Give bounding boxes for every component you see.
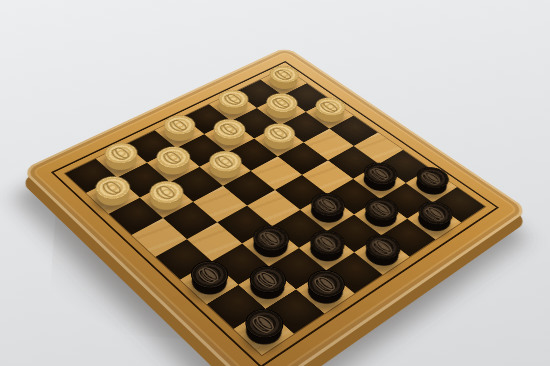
photo-scene: ⛀⛀⛂⛀⛂⛂⛀⛀⛂⛀⛂⛂⛀⛀⛂⛀⛂⛂⛀⛀⛂⛀⛂⛂ (0, 0, 550, 366)
board-frame: ⛀⛀⛂⛀⛂⛂⛀⛀⛂⛀⛂⛂⛀⛀⛂⛀⛂⛂⛀⛀⛂⛀⛂⛂ (21, 47, 529, 366)
checkers-board: ⛀⛀⛂⛀⛂⛂⛀⛀⛂⛀⛂⛂⛀⛀⛂⛀⛂⛂⛀⛀⛂⛀⛂⛂ (21, 47, 529, 366)
checker-light[interactable]: ⛀ (263, 62, 305, 86)
checker-light[interactable]: ⛀ (89, 172, 137, 204)
square-b3[interactable]: ⛀ (147, 148, 199, 181)
photo-backdrop: { "game": "checkers (draughts)", "scene"… (0, 0, 550, 366)
board-grid: ⛀⛀⛂⛀⛂⛂⛀⛀⛂⛀⛂⛂⛀⛀⛂⛀⛂⛂⛀⛀⛂⛀⛂⛂ (65, 68, 485, 355)
